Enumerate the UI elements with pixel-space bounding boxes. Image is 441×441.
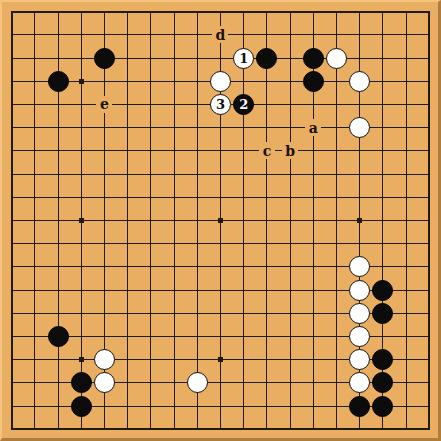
star-point	[79, 357, 84, 362]
stone-cell	[209, 70, 232, 93]
stone-cell	[348, 371, 371, 394]
stone-black-O16	[303, 71, 324, 92]
go-board[interactable]: abcde213	[0, 0, 441, 441]
stone-black-D3	[71, 372, 92, 393]
stone-black-R4	[372, 349, 393, 370]
stone-cell	[371, 371, 394, 394]
board-cells: abcde213	[0, 0, 441, 441]
point-label-cell: b	[279, 139, 302, 162]
stone-cell: 1	[232, 46, 255, 69]
star-point	[79, 218, 84, 223]
star-point-cell	[70, 70, 93, 93]
stone-cell	[348, 395, 371, 418]
star-point-cell	[348, 209, 371, 232]
stone-black-E17	[94, 48, 115, 69]
stone-white-P17	[326, 48, 347, 69]
stone-cell	[93, 46, 116, 69]
go-diagram-frame: abcde213	[0, 0, 441, 441]
stone-white-Q7	[349, 280, 370, 301]
stone-cell	[302, 46, 325, 69]
stone-cell	[255, 46, 278, 69]
stone-cell: 2	[232, 93, 255, 116]
stone-black-R7	[372, 280, 393, 301]
stone-cell: 3	[209, 93, 232, 116]
stone-black-R2	[372, 396, 393, 417]
stone-cell	[371, 395, 394, 418]
star-point	[79, 79, 84, 84]
star-point-cell	[209, 348, 232, 371]
stone-white-K15-move-3: 3	[210, 94, 231, 115]
star-point-cell	[209, 209, 232, 232]
stone-cell	[325, 46, 348, 69]
stone-white-Q14	[349, 117, 370, 138]
stone-white-E4	[94, 349, 115, 370]
stone-black-C16	[48, 71, 69, 92]
stone-white-Q6	[349, 303, 370, 324]
point-label-cell: d	[209, 23, 232, 46]
stone-white-J3	[187, 372, 208, 393]
star-point-cell	[70, 209, 93, 232]
stone-cell	[93, 371, 116, 394]
stone-cell	[46, 325, 69, 348]
stone-black-R3	[372, 372, 393, 393]
stone-black-Q2	[349, 396, 370, 417]
stone-black-L15-move-2: 2	[233, 94, 254, 115]
stone-cell	[93, 348, 116, 371]
point-label-c: c	[259, 142, 275, 159]
stone-cell	[348, 279, 371, 302]
stone-cell	[348, 302, 371, 325]
stone-cell	[348, 116, 371, 139]
stone-cell	[348, 70, 371, 93]
stone-black-D2	[71, 396, 92, 417]
stone-cell	[186, 371, 209, 394]
stone-white-K16	[210, 71, 231, 92]
stone-white-Q5	[349, 326, 370, 347]
stone-white-Q3	[349, 372, 370, 393]
star-point	[218, 218, 223, 223]
stone-cell	[371, 348, 394, 371]
stone-cell	[70, 371, 93, 394]
stone-cell	[302, 70, 325, 93]
point-label-a: a	[305, 119, 321, 136]
stone-white-Q4	[349, 349, 370, 370]
stone-black-O17	[303, 48, 324, 69]
star-point-cell	[70, 348, 93, 371]
stone-black-M17	[256, 48, 277, 69]
point-label-b: b	[282, 142, 298, 159]
stone-cell	[371, 302, 394, 325]
stone-cell	[348, 325, 371, 348]
star-point	[357, 218, 362, 223]
stone-cell	[348, 255, 371, 278]
stone-cell	[348, 348, 371, 371]
stone-white-L17-move-1: 1	[233, 48, 254, 69]
point-label-e: e	[96, 96, 112, 113]
star-point	[218, 357, 223, 362]
stone-cell	[70, 395, 93, 418]
stone-black-R6	[372, 303, 393, 324]
stone-white-E3	[94, 372, 115, 393]
stone-cell	[371, 279, 394, 302]
stone-black-C5	[48, 326, 69, 347]
stone-cell	[46, 70, 69, 93]
point-label-cell: e	[93, 93, 116, 116]
point-label-cell: a	[302, 116, 325, 139]
stone-white-Q8	[349, 256, 370, 277]
point-label-cell: c	[255, 139, 278, 162]
stone-white-Q16	[349, 71, 370, 92]
point-label-d: d	[212, 26, 228, 43]
